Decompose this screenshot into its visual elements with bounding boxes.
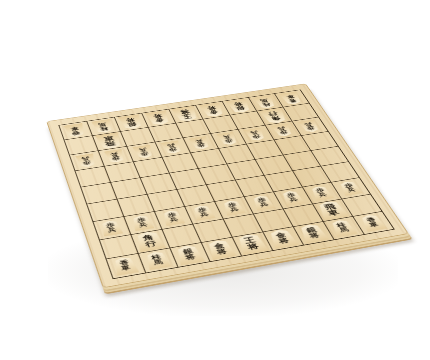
piece-sente-knight[interactable]: 桂馬 — [142, 250, 172, 270]
piece-gote-pawn[interactable]: 歩兵 — [74, 153, 98, 168]
piece-sente-lance[interactable]: 香車 — [110, 256, 140, 277]
piece-kanji: 兵 — [249, 130, 259, 135]
piece-kanji: 将 — [278, 237, 290, 244]
piece-kanji: 兵 — [199, 212, 209, 218]
piece-sente-pawn[interactable]: 歩兵 — [160, 209, 186, 226]
piece-sente-pawn[interactable]: 歩兵 — [98, 219, 124, 236]
board-grid: 香車桂馬銀将金将玉将金将銀将桂馬香車飛車角行歩兵歩兵歩兵歩兵歩兵歩兵歩兵歩兵歩兵… — [58, 89, 395, 279]
piece-kanji: 兵 — [166, 143, 175, 148]
piece-kanji: 兵 — [138, 222, 148, 228]
piece-gote-pawn[interactable]: 歩兵 — [132, 144, 156, 159]
piece-kanji: 車 — [70, 126, 79, 131]
piece-kanji: 兵 — [138, 147, 147, 152]
piece-sente-knight[interactable]: 桂馬 — [327, 218, 358, 237]
shogi-board: 香車桂馬銀将金将玉将金将銀将桂馬香車飛車角行歩兵歩兵歩兵歩兵歩兵歩兵歩兵歩兵歩兵… — [46, 83, 409, 288]
piece-kanji: 兵 — [110, 151, 119, 156]
piece-sente-pawn[interactable]: 歩兵 — [249, 194, 276, 210]
piece-sente-pawn[interactable]: 歩兵 — [308, 185, 335, 201]
piece-kanji: 兵 — [107, 227, 117, 233]
piece-sente-pawn[interactable]: 歩兵 — [220, 199, 247, 216]
piece-kanji: 将 — [178, 109, 189, 115]
piece-kanji: 兵 — [169, 217, 179, 223]
shogi-set-photo: 香車桂馬銀将金将玉将金将銀将桂馬香車飛車角行歩兵歩兵歩兵歩兵歩兵歩兵歩兵歩兵歩兵… — [0, 0, 430, 360]
piece-gote-pawn[interactable]: 歩兵 — [160, 140, 184, 155]
piece-kanji: 兵 — [222, 134, 232, 139]
piece-kanji: 将 — [206, 105, 216, 110]
piece-kanji: 兵 — [303, 122, 313, 127]
piece-kanji: 将 — [247, 243, 261, 251]
piece-kanji: 車 — [102, 135, 113, 141]
piece-kanji: 車 — [327, 209, 340, 217]
piece-kanji: 兵 — [229, 207, 239, 213]
piece-kanji: 兵 — [276, 126, 286, 131]
piece-gote-pawn[interactable]: 歩兵 — [243, 127, 268, 141]
piece-kanji: 兵 — [288, 197, 298, 203]
piece-kanji: 兵 — [346, 187, 357, 193]
piece-kanji: 兵 — [194, 138, 203, 143]
piece-gote-pawn[interactable]: 歩兵 — [188, 136, 212, 150]
piece-kanji: 馬 — [259, 98, 268, 103]
piece-kanji: 将 — [125, 117, 135, 122]
piece-kanji: 兵 — [259, 202, 269, 208]
piece-kanji: 馬 — [153, 259, 164, 266]
piece-kanji: 車 — [369, 222, 380, 228]
piece-kanji: 行 — [144, 240, 157, 248]
piece-kanji: 将 — [216, 248, 228, 255]
piece-kanji: 兵 — [81, 156, 90, 161]
piece-gote-pawn[interactable]: 歩兵 — [297, 119, 322, 133]
piece-kanji: 将 — [232, 101, 242, 106]
piece-sente-silver[interactable]: 銀将 — [172, 244, 206, 266]
piece-gote-pawn[interactable]: 歩兵 — [216, 132, 241, 146]
piece-sente-pawn[interactable]: 歩兵 — [279, 190, 306, 206]
piece-kanji: 車 — [285, 94, 294, 99]
piece-kanji: 行 — [266, 111, 278, 117]
piece-kanji: 将 — [184, 254, 196, 261]
piece-sente-pawn[interactable]: 歩兵 — [190, 204, 217, 221]
piece-kanji: 馬 — [98, 122, 107, 127]
piece-sente-pawn[interactable]: 歩兵 — [129, 214, 155, 231]
piece-gote-pawn[interactable]: 歩兵 — [270, 123, 295, 137]
piece-gote-pawn[interactable]: 歩兵 — [103, 149, 127, 164]
board-perspective-wrapper: 香車桂馬銀将金将玉将金将銀将桂馬香車飛車角行歩兵歩兵歩兵歩兵歩兵歩兵歩兵歩兵歩兵… — [46, 83, 409, 288]
piece-kanji: 馬 — [339, 227, 350, 234]
piece-kanji: 将 — [152, 113, 162, 118]
piece-kanji: 車 — [121, 265, 132, 272]
piece-sente-pawn[interactable]: 歩兵 — [336, 180, 363, 196]
piece-sente-gold[interactable]: 金将 — [204, 238, 238, 260]
piece-kanji: 将 — [308, 232, 320, 239]
piece-sente-lance[interactable]: 香車 — [357, 213, 388, 232]
piece-kanji: 兵 — [317, 192, 328, 198]
